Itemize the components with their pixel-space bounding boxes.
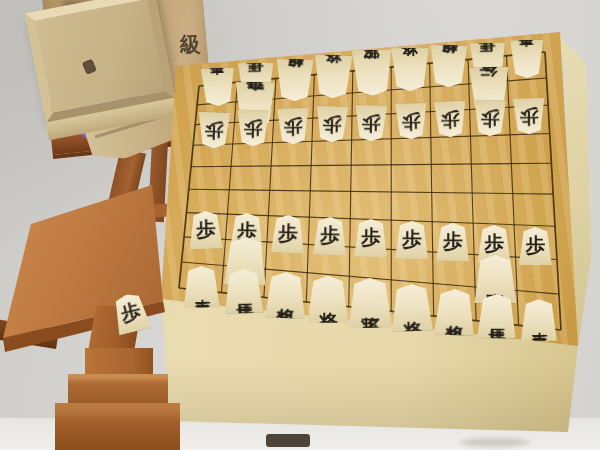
komadai-base-step (55, 403, 180, 450)
piece-kanji: 歩 (319, 226, 339, 246)
piece-kanji: 金将 (403, 307, 422, 308)
piece-gold-general-sente[interactable]: 金将 (307, 276, 349, 323)
piece-kanji: 歩 (443, 232, 463, 252)
cardboard-stamp-text: 級 (180, 30, 201, 58)
piece-kanji: 歩 (361, 228, 381, 248)
piece-kanji: 歩 (119, 302, 143, 326)
piece-kanji: 角行 (236, 261, 255, 262)
piece-kanji: 歩 (480, 108, 499, 127)
piece-pawn-sente[interactable]: 歩 (519, 227, 553, 265)
piece-kanji: 銀将 (277, 295, 295, 296)
piece-lance-sente[interactable]: 香車 (520, 299, 557, 341)
piece-kanji: 歩 (484, 234, 504, 254)
piece-kanji: 歩 (196, 220, 216, 240)
piece-kanji: 歩 (526, 236, 546, 256)
piece-kanji: 歩 (520, 106, 539, 125)
shogi-set-photo: 級 香車桂馬銀将金将玉将金将銀将桂馬香車飛車角行歩歩歩歩歩歩歩歩歩歩歩歩歩歩歩歩… (0, 0, 600, 450)
piece-kanji: 歩 (204, 120, 223, 139)
komadai-base (55, 348, 180, 450)
piece-kanji: 玉将 (363, 73, 381, 74)
piece-kanji: 銀将 (445, 311, 463, 312)
piece-kanji: 歩 (283, 117, 302, 136)
piece-kanji: 歩 (402, 230, 422, 250)
piece-pawn-gote[interactable]: 歩 (513, 98, 546, 135)
piece-box[interactable] (25, 0, 176, 124)
komadai-base-step (68, 374, 168, 407)
piece-kanji: 歩 (244, 119, 263, 138)
board-foot (266, 434, 310, 447)
piece-kanji: 歩 (441, 110, 460, 129)
box-maker-stamp (81, 59, 96, 75)
piece-stand-komadai[interactable] (0, 178, 172, 450)
piece-kanji: 歩 (401, 112, 420, 131)
piece-kanji: 歩 (322, 115, 341, 134)
piece-kanji: 歩 (278, 224, 298, 244)
komadai-base-step (85, 348, 153, 376)
piece-kanji: 歩 (362, 113, 381, 132)
board-shadow (460, 438, 530, 447)
